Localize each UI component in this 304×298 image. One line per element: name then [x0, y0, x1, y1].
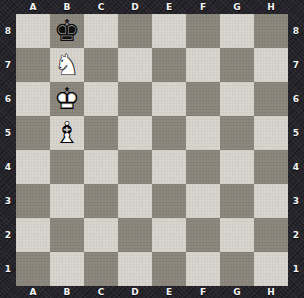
- rank-label-left-6: 6: [0, 82, 16, 116]
- file-label-bottom-e: E: [152, 286, 186, 298]
- rank-label-left-4: 4: [0, 150, 16, 184]
- square-e3[interactable]: [152, 184, 186, 218]
- square-f5[interactable]: [186, 116, 220, 150]
- square-f6[interactable]: [186, 82, 220, 116]
- top-file-labels: ABCDEFGH: [16, 0, 288, 14]
- rank-label-left-1: 1: [0, 252, 16, 286]
- square-f4[interactable]: [186, 150, 220, 184]
- square-e7[interactable]: [152, 48, 186, 82]
- square-e8[interactable]: [152, 14, 186, 48]
- king-glyph: ♚: [50, 14, 84, 48]
- square-d3[interactable]: [118, 184, 152, 218]
- file-label-top-h: H: [254, 0, 288, 14]
- square-c2[interactable]: [84, 218, 118, 252]
- square-c3[interactable]: [84, 184, 118, 218]
- square-f8[interactable]: [186, 14, 220, 48]
- square-d5[interactable]: [118, 116, 152, 150]
- square-a5[interactable]: [16, 116, 50, 150]
- square-f2[interactable]: [186, 218, 220, 252]
- king-outline-glyph: ♔: [50, 82, 84, 116]
- file-label-bottom-a: A: [16, 286, 50, 298]
- rank-label-right-1: 1: [288, 252, 304, 286]
- square-d7[interactable]: [118, 48, 152, 82]
- square-b2[interactable]: [50, 218, 84, 252]
- square-f7[interactable]: [186, 48, 220, 82]
- square-h1[interactable]: [254, 252, 288, 286]
- square-h5[interactable]: [254, 116, 288, 150]
- file-label-top-g: G: [220, 0, 254, 14]
- square-d4[interactable]: [118, 150, 152, 184]
- square-e2[interactable]: [152, 218, 186, 252]
- rank-label-left-2: 2: [0, 218, 16, 252]
- rank-label-right-2: 2: [288, 218, 304, 252]
- file-label-top-d: D: [118, 0, 152, 14]
- square-c5[interactable]: [84, 116, 118, 150]
- white-king-piece[interactable]: ♚♔: [50, 82, 84, 116]
- square-a8[interactable]: [16, 14, 50, 48]
- white-bishop-piece[interactable]: ♝♗: [50, 116, 84, 150]
- square-c4[interactable]: [84, 150, 118, 184]
- file-label-top-f: F: [186, 0, 220, 14]
- square-g4[interactable]: [220, 150, 254, 184]
- file-label-top-c: C: [84, 0, 118, 14]
- left-rank-labels: 87654321: [0, 14, 16, 286]
- square-f3[interactable]: [186, 184, 220, 218]
- square-a1[interactable]: [16, 252, 50, 286]
- square-b7[interactable]: ♞♘: [50, 48, 84, 82]
- rank-label-right-7: 7: [288, 48, 304, 82]
- chessboard: ♚♞♘♚♔♝♗: [16, 14, 288, 286]
- square-a2[interactable]: [16, 218, 50, 252]
- square-d2[interactable]: [118, 218, 152, 252]
- square-g1[interactable]: [220, 252, 254, 286]
- square-g2[interactable]: [220, 218, 254, 252]
- square-a3[interactable]: [16, 184, 50, 218]
- square-b5[interactable]: ♝♗: [50, 116, 84, 150]
- square-h4[interactable]: [254, 150, 288, 184]
- square-b8[interactable]: ♚: [50, 14, 84, 48]
- bishop-outline-glyph: ♗: [50, 116, 84, 150]
- file-label-bottom-c: C: [84, 286, 118, 298]
- square-e1[interactable]: [152, 252, 186, 286]
- square-b6[interactable]: ♚♔: [50, 82, 84, 116]
- knight-outline-glyph: ♘: [50, 48, 84, 82]
- file-label-top-b: B: [50, 0, 84, 14]
- file-label-bottom-h: H: [254, 286, 288, 298]
- square-a7[interactable]: [16, 48, 50, 82]
- square-c1[interactable]: [84, 252, 118, 286]
- square-c8[interactable]: [84, 14, 118, 48]
- square-b3[interactable]: [50, 184, 84, 218]
- square-b1[interactable]: [50, 252, 84, 286]
- black-king-piece[interactable]: ♚: [50, 14, 84, 48]
- square-g6[interactable]: [220, 82, 254, 116]
- file-label-top-a: A: [16, 0, 50, 14]
- square-h3[interactable]: [254, 184, 288, 218]
- square-e6[interactable]: [152, 82, 186, 116]
- square-d8[interactable]: [118, 14, 152, 48]
- square-g8[interactable]: [220, 14, 254, 48]
- file-label-bottom-b: B: [50, 286, 84, 298]
- square-h2[interactable]: [254, 218, 288, 252]
- rank-label-right-3: 3: [288, 184, 304, 218]
- square-e5[interactable]: [152, 116, 186, 150]
- rank-label-right-6: 6: [288, 82, 304, 116]
- square-b4[interactable]: [50, 150, 84, 184]
- square-a6[interactable]: [16, 82, 50, 116]
- square-h7[interactable]: [254, 48, 288, 82]
- square-f1[interactable]: [186, 252, 220, 286]
- square-e4[interactable]: [152, 150, 186, 184]
- right-rank-labels: 87654321: [288, 14, 304, 286]
- square-c7[interactable]: [84, 48, 118, 82]
- square-c6[interactable]: [84, 82, 118, 116]
- square-h6[interactable]: [254, 82, 288, 116]
- rank-label-left-5: 5: [0, 116, 16, 150]
- rank-label-right-4: 4: [288, 150, 304, 184]
- square-h8[interactable]: [254, 14, 288, 48]
- file-label-bottom-f: F: [186, 286, 220, 298]
- square-g3[interactable]: [220, 184, 254, 218]
- square-g7[interactable]: [220, 48, 254, 82]
- square-d1[interactable]: [118, 252, 152, 286]
- rank-label-left-3: 3: [0, 184, 16, 218]
- square-g5[interactable]: [220, 116, 254, 150]
- square-a4[interactable]: [16, 150, 50, 184]
- rank-label-right-5: 5: [288, 116, 304, 150]
- file-label-bottom-d: D: [118, 286, 152, 298]
- chessboard-frame: ABCDEFGH ABCDEFGH 87654321 87654321 ♚♞♘♚…: [0, 0, 304, 298]
- file-label-bottom-g: G: [220, 286, 254, 298]
- file-label-top-e: E: [152, 0, 186, 14]
- bottom-file-labels: ABCDEFGH: [16, 286, 288, 298]
- rank-label-left-7: 7: [0, 48, 16, 82]
- square-d6[interactable]: [118, 82, 152, 116]
- rank-label-right-8: 8: [288, 14, 304, 48]
- white-knight-piece[interactable]: ♞♘: [50, 48, 84, 82]
- rank-label-left-8: 8: [0, 14, 16, 48]
